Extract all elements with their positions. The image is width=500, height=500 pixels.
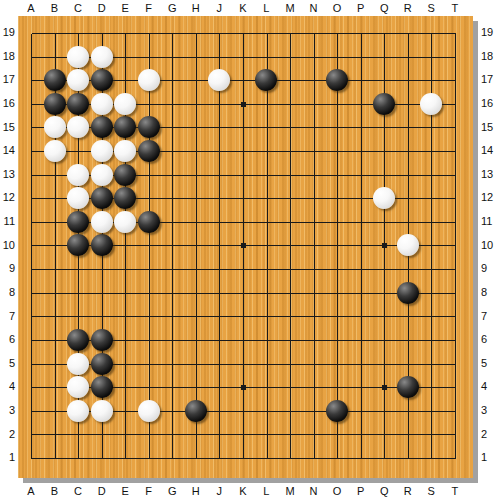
white-stone[interactable] [208,69,230,91]
coordinate-label: 10 [481,234,499,258]
row-labels-left: 19181716151413121110987654321 [0,21,15,470]
coordinate-label: L [255,0,279,16]
coordinate-label: 15 [481,116,499,140]
coordinate-label: 2 [0,423,15,447]
white-stone[interactable] [138,69,160,91]
black-stone[interactable] [67,329,89,351]
black-stone[interactable] [91,353,113,375]
black-stone[interactable] [91,116,113,138]
black-stone[interactable] [373,93,395,115]
black-stone[interactable] [114,116,136,138]
coordinate-label: N [302,483,326,499]
coordinate-label: 11 [481,210,499,234]
black-stone[interactable] [67,234,89,256]
coordinate-label: 7 [0,305,15,329]
black-stone[interactable] [67,93,89,115]
coordinate-label: 9 [481,257,499,281]
white-stone[interactable] [44,140,66,162]
white-stone[interactable] [67,400,89,422]
coordinate-label: O [325,483,349,499]
coordinate-label: 8 [481,281,499,305]
coordinate-label: M [278,0,302,16]
coordinate-label: R [396,0,420,16]
coordinate-label: J [208,0,232,16]
coordinate-label: T [443,0,467,16]
coordinate-label: 16 [481,92,499,116]
white-stone[interactable] [91,164,113,186]
black-stone[interactable] [91,187,113,209]
white-stone[interactable] [373,187,395,209]
black-stone[interactable] [138,140,160,162]
white-stone[interactable] [114,93,136,115]
coordinate-label: 11 [0,210,15,234]
coordinate-label: 15 [0,116,15,140]
coordinate-label: P [349,483,373,499]
white-stone[interactable] [67,46,89,68]
coordinate-label: 14 [0,139,15,163]
coordinate-label: A [19,483,43,499]
coordinate-label: C [66,0,90,16]
row-labels-right: 19181716151413121110987654321 [481,21,499,470]
white-stone[interactable] [91,211,113,233]
white-stone[interactable] [138,400,160,422]
coordinate-label: E [113,0,137,16]
coordinate-label: 12 [481,186,499,210]
coordinate-label: K [231,0,255,16]
white-stone[interactable] [67,187,89,209]
coordinate-label: 14 [481,139,499,163]
coordinate-label: Q [372,0,396,16]
white-stone[interactable] [420,93,442,115]
coordinate-label: K [231,483,255,499]
coordinate-label: 3 [481,399,499,423]
coordinate-label: 12 [0,186,15,210]
column-labels-bottom: ABCDEFGHJKLMNOPQRST [19,483,466,499]
black-stone[interactable] [114,187,136,209]
coordinate-label: B [43,483,67,499]
coordinate-label: 6 [481,328,499,352]
coordinate-label: 2 [481,423,499,447]
white-stone[interactable] [67,376,89,398]
column-labels-top: ABCDEFGHJKLMNOPQRST [19,0,466,16]
coordinate-label: 10 [0,234,15,258]
coordinate-label: 17 [481,68,499,92]
white-stone[interactable] [67,164,89,186]
white-stone[interactable] [91,400,113,422]
black-stone[interactable] [91,69,113,91]
coordinate-label: S [419,0,443,16]
coordinate-label: Q [372,483,396,499]
coordinate-label: H [184,483,208,499]
coordinate-label: 3 [0,399,15,423]
white-stone[interactable] [67,116,89,138]
coordinate-label: S [419,483,443,499]
coordinate-label: 1 [481,446,499,470]
white-stone[interactable] [44,116,66,138]
black-stone[interactable] [91,234,113,256]
white-stone[interactable] [91,140,113,162]
black-stone[interactable] [44,69,66,91]
black-stone[interactable] [326,69,348,91]
go-board-page: ABCDEFGHJKLMNOPQRST ABCDEFGHJKLMNOPQRST … [0,0,500,500]
coordinate-label: 7 [481,305,499,329]
coordinate-label: D [90,0,114,16]
coordinate-label: 5 [481,352,499,376]
black-stone[interactable] [397,376,419,398]
coordinate-label: 19 [481,21,499,45]
coordinate-label: 8 [0,281,15,305]
white-stone[interactable] [114,140,136,162]
board-intersections [19,21,466,470]
go-board[interactable] [18,16,473,478]
coordinate-label: 6 [0,328,15,352]
black-stone[interactable] [255,69,277,91]
coordinate-label: O [325,0,349,16]
coordinate-label: R [396,483,420,499]
coordinate-label: 4 [481,375,499,399]
coordinate-label: 13 [0,163,15,187]
black-stone[interactable] [44,93,66,115]
white-stone[interactable] [67,353,89,375]
coordinate-label: 17 [0,68,15,92]
black-stone[interactable] [185,400,207,422]
coordinate-label: 5 [0,352,15,376]
white-stone[interactable] [91,46,113,68]
coordinate-label: H [184,0,208,16]
coordinate-label: L [255,483,279,499]
black-stone[interactable] [91,329,113,351]
coordinate-label: T [443,483,467,499]
coordinate-label: B [43,0,67,16]
coordinate-label: N [302,0,326,16]
coordinate-label: E [113,483,137,499]
coordinate-label: 1 [0,446,15,470]
white-stone[interactable] [67,69,89,91]
coordinate-label: 18 [0,45,15,69]
coordinate-label: G [160,0,184,16]
black-stone[interactable] [138,211,160,233]
coordinate-label: 16 [0,92,15,116]
coordinate-label: G [160,483,184,499]
black-stone[interactable] [114,164,136,186]
coordinate-label: D [90,483,114,499]
white-stone[interactable] [114,211,136,233]
coordinate-label: 9 [0,257,15,281]
black-stone[interactable] [67,211,89,233]
black-stone[interactable] [397,282,419,304]
coordinate-label: P [349,0,373,16]
coordinate-label: F [137,483,161,499]
coordinate-label: A [19,0,43,16]
coordinate-label: C [66,483,90,499]
white-stone[interactable] [397,234,419,256]
coordinate-label: 18 [481,45,499,69]
coordinate-label: 4 [0,375,15,399]
white-stone[interactable] [91,93,113,115]
black-stone[interactable] [326,400,348,422]
coordinate-label: F [137,0,161,16]
coordinate-label: J [208,483,232,499]
coordinate-label: 13 [481,163,499,187]
coordinate-label: M [278,483,302,499]
black-stone[interactable] [91,376,113,398]
black-stone[interactable] [138,116,160,138]
coordinate-label: 19 [0,21,15,45]
